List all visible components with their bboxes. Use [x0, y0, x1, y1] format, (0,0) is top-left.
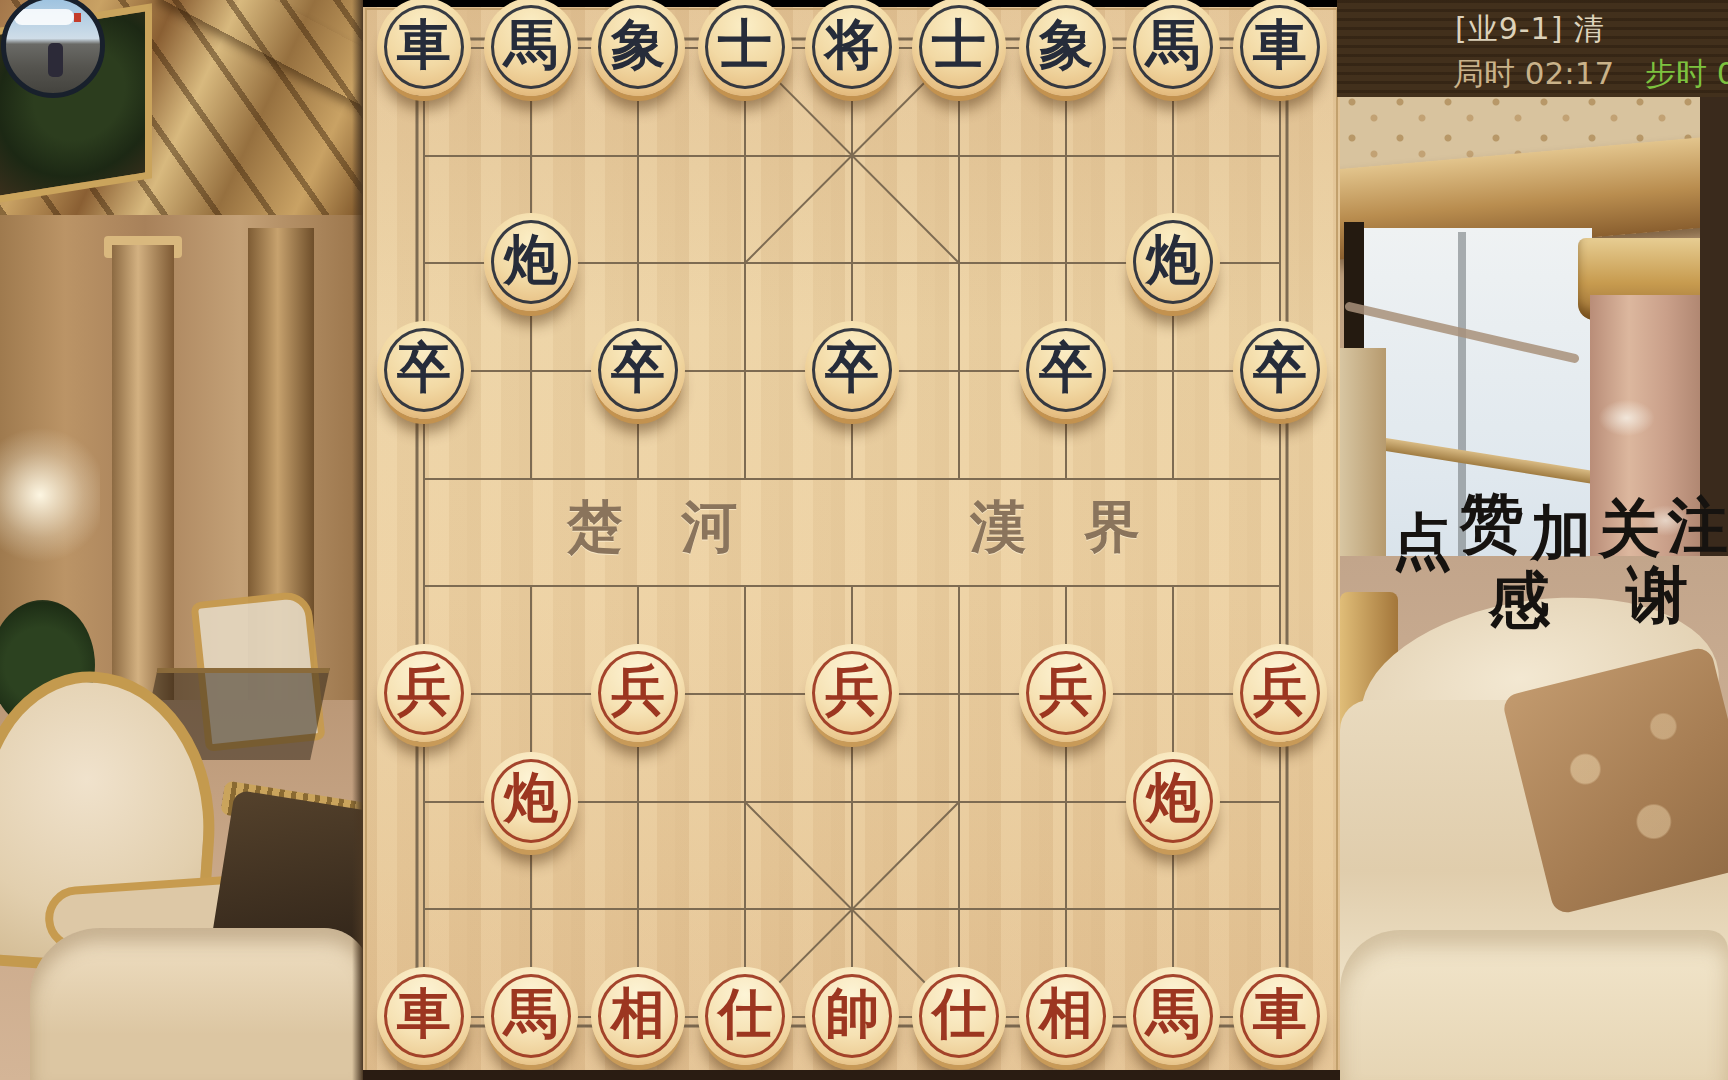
piece-red-advisor[interactable]: 仕 [912, 967, 1006, 1065]
piece-black-chariot[interactable]: 車 [1233, 0, 1327, 96]
piece-red-cannon[interactable]: 炮 [1126, 752, 1220, 850]
sofa-seat-cushion [1340, 930, 1728, 1080]
piece-black-cannon[interactable]: 炮 [484, 213, 578, 311]
piece-red-cannon[interactable]: 炮 [484, 752, 578, 850]
piece-glyph: 士 [932, 9, 986, 82]
piece-red-elephant[interactable]: 相 [591, 967, 685, 1065]
piece-red-horse[interactable]: 馬 [484, 967, 578, 1065]
piece-glyph: 士 [718, 9, 772, 82]
game-time-label: 局时 [1453, 55, 1515, 91]
piece-red-chariot[interactable]: 車 [377, 967, 471, 1065]
avatar-flag [74, 13, 81, 22]
piece-red-soldier[interactable]: 兵 [377, 644, 471, 742]
piece-black-horse[interactable]: 馬 [1126, 0, 1220, 96]
background-room-left [0, 0, 363, 1080]
watermark-thanks: 感谢 [1488, 566, 1688, 638]
board-edge-shadow [352, 0, 363, 1080]
piece-glyph: 将 [825, 9, 879, 82]
piece-glyph: 兵 [397, 655, 451, 728]
piece-glyph: 車 [397, 9, 451, 82]
move-time-label: 步时 [1645, 55, 1707, 91]
piece-glyph: 兵 [825, 655, 879, 728]
piece-glyph: 車 [1253, 9, 1307, 82]
chandelier-glow [0, 420, 100, 570]
piece-black-advisor[interactable]: 士 [912, 0, 1006, 96]
board-grid [363, 7, 1340, 1080]
piece-glyph: 車 [397, 978, 451, 1051]
piece-glyph: 兵 [1253, 655, 1307, 728]
piece-red-general[interactable]: 帥 [805, 967, 899, 1065]
piece-red-chariot[interactable]: 車 [1233, 967, 1327, 1065]
piece-black-elephant[interactable]: 象 [591, 0, 685, 96]
avatar-person [48, 43, 63, 77]
piece-red-soldier[interactable]: 兵 [1019, 644, 1113, 742]
piece-glyph: 炮 [504, 224, 558, 297]
piece-black-soldier[interactable]: 卒 [1233, 321, 1327, 419]
piece-glyph: 象 [611, 9, 665, 82]
opponent-rank-name: [业9-1] 清 [1455, 9, 1605, 50]
avatar-cloud [14, 9, 74, 25]
piece-black-advisor[interactable]: 士 [698, 0, 792, 96]
piece-glyph: 卒 [1039, 332, 1093, 405]
board-bottom-shadow [363, 1070, 1340, 1080]
game-time: 局时 02:17 [1453, 53, 1614, 95]
piece-glyph: 仕 [932, 978, 986, 1051]
piece-glyph: 卒 [1253, 332, 1307, 405]
river-label-chu-he: 楚河 [567, 494, 737, 558]
screen: 楚河 漢界 車馬象士将士象馬車炮炮卒卒卒卒卒兵兵兵兵兵炮炮車馬相仕帥仕相馬車 [… [0, 0, 1728, 1080]
piece-glyph: 兵 [1039, 655, 1093, 728]
piece-red-elephant[interactable]: 相 [1019, 967, 1113, 1065]
cream-sofa [30, 928, 370, 1080]
move-time-value: 0 [1717, 55, 1728, 91]
piece-glyph: 卒 [825, 332, 879, 405]
piece-glyph: 炮 [1146, 762, 1200, 835]
piece-glyph: 馬 [504, 978, 558, 1051]
piece-red-soldier[interactable]: 兵 [805, 644, 899, 742]
piece-black-soldier[interactable]: 卒 [377, 321, 471, 419]
piece-glyph: 車 [1253, 978, 1307, 1051]
piece-red-horse[interactable]: 馬 [1126, 967, 1220, 1065]
piece-glyph: 炮 [1146, 224, 1200, 297]
piece-glyph: 馬 [1146, 978, 1200, 1051]
gold-column [112, 245, 174, 715]
piece-glyph: 象 [1039, 9, 1093, 82]
piece-black-chariot[interactable]: 車 [377, 0, 471, 96]
piece-glyph: 卒 [611, 332, 665, 405]
piece-glyph: 兵 [611, 655, 665, 728]
game-time-value: 02:17 [1525, 55, 1614, 91]
piece-red-soldier[interactable]: 兵 [591, 644, 685, 742]
piece-black-soldier[interactable]: 卒 [591, 321, 685, 419]
piece-glyph: 相 [1039, 978, 1093, 1051]
piece-black-soldier[interactable]: 卒 [805, 321, 899, 419]
move-time: 步时 0 [1645, 53, 1728, 95]
piece-black-general[interactable]: 将 [805, 0, 899, 96]
piece-glyph: 炮 [504, 762, 558, 835]
piece-glyph: 馬 [504, 9, 558, 82]
piece-glyph: 帥 [825, 978, 879, 1051]
piece-glyph: 卒 [397, 332, 451, 405]
piece-glyph: 馬 [1146, 9, 1200, 82]
piece-black-soldier[interactable]: 卒 [1019, 321, 1113, 419]
piece-black-horse[interactable]: 馬 [484, 0, 578, 96]
river-label-han-jie: 漢界 [970, 494, 1140, 558]
piece-black-elephant[interactable]: 象 [1019, 0, 1113, 96]
piece-glyph: 仕 [718, 978, 772, 1051]
piece-glyph: 相 [611, 978, 665, 1051]
piece-red-advisor[interactable]: 仕 [698, 967, 792, 1065]
piece-black-cannon[interactable]: 炮 [1126, 213, 1220, 311]
xiangqi-board[interactable]: 楚河 漢界 車馬象士将士象馬車炮炮卒卒卒卒卒兵兵兵兵兵炮炮車馬相仕帥仕相馬車 [363, 7, 1340, 1080]
piece-red-soldier[interactable]: 兵 [1233, 644, 1327, 742]
